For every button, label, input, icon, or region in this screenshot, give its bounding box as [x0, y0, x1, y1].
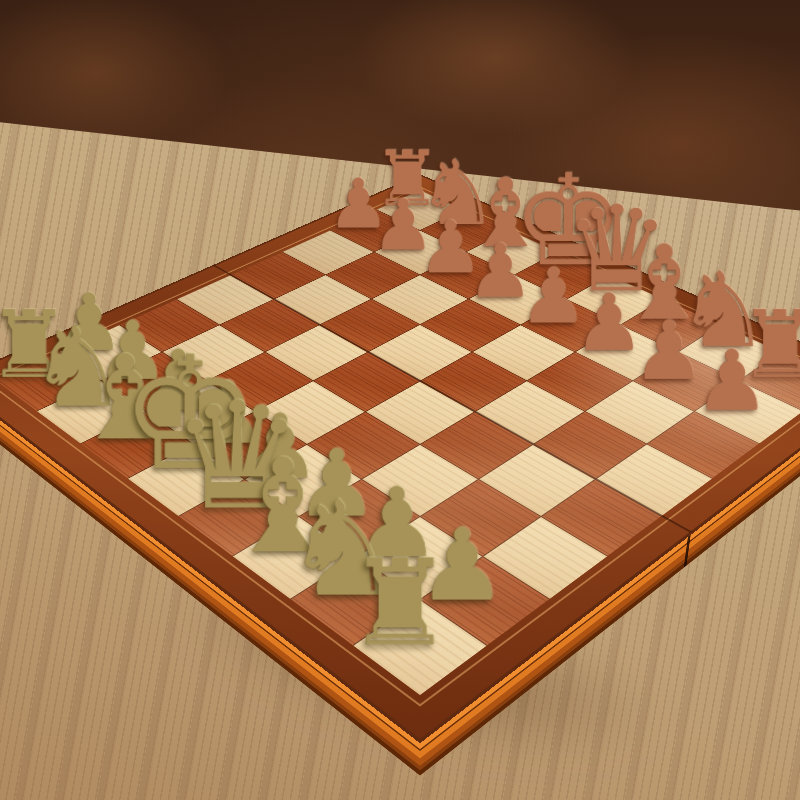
- photo-stage: ♜♞♝♚♛♝♞♜♟♟♟♟♟♟♟♟♟♟♟♟♟♟♟♟♜♞♝♚♛♝♞♜: [0, 0, 800, 800]
- copper-pawn-glyph: ♟: [693, 340, 771, 424]
- scene-3d: ♜♞♝♚♛♝♞♜♟♟♟♟♟♟♟♟♟♟♟♟♟♟♟♟♜♞♝♚♛♝♞♜: [0, 0, 800, 800]
- brass-rook-glyph: ♜: [346, 544, 443, 663]
- chess-board-box: ♜♞♝♚♛♝♞♜♟♟♟♟♟♟♟♟♟♟♟♟♟♟♟♟♜♞♝♚♛♝♞♜: [0, 176, 800, 739]
